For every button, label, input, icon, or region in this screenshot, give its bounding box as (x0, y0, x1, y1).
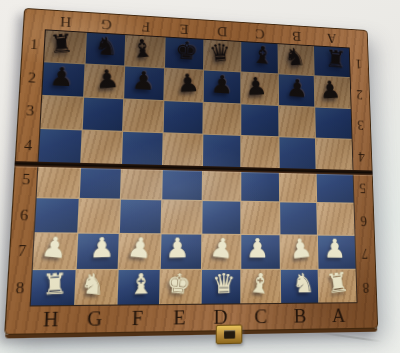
square-C3[interactable] (241, 104, 278, 136)
rank-label-left-1: 1 (23, 28, 45, 62)
rank-label-left-7: 7 (10, 233, 33, 269)
light-king-E8[interactable]: ♚ (165, 269, 192, 299)
file-label-bottom-A: A (319, 303, 358, 328)
rank-label-left-2: 2 (21, 61, 43, 95)
dark-pawn-A2[interactable]: ♟ (318, 77, 341, 101)
square-G3[interactable] (82, 97, 123, 131)
light-pawn-B7[interactable]: ♟ (288, 235, 314, 264)
rank-label-left-3: 3 (19, 94, 41, 129)
square-A7[interactable]: ♟ (318, 236, 355, 269)
dark-pawn-H2[interactable]: ♟ (49, 63, 75, 90)
square-B6[interactable] (280, 202, 317, 235)
light-pawn-C7[interactable]: ♟ (246, 235, 269, 262)
light-knight-G8[interactable]: ♞ (79, 269, 108, 299)
dark-knight-G1[interactable]: ♞ (94, 33, 119, 59)
dark-king-E1[interactable]: ♚ (174, 38, 198, 64)
square-E4[interactable] (163, 133, 202, 166)
dark-pawn-G2[interactable]: ♟ (94, 65, 120, 92)
square-H1[interactable]: ♜ (44, 30, 85, 63)
square-G1[interactable]: ♞ (85, 33, 125, 66)
square-E8[interactable]: ♚ (160, 270, 201, 305)
file-label-bottom-B: B (281, 304, 320, 330)
light-rook-A8[interactable]: ♜ (325, 268, 351, 297)
light-bishop-F8[interactable]: ♝ (129, 269, 154, 298)
square-B7[interactable]: ♟ (280, 236, 318, 269)
dark-pawn-B2[interactable]: ♟ (286, 75, 308, 101)
square-D3[interactable] (203, 103, 241, 136)
light-rook-H8[interactable]: ♜ (42, 269, 68, 299)
square-D8[interactable]: ♛ (201, 269, 240, 303)
rank-label-right-2: 2 (351, 78, 369, 109)
square-H2[interactable]: ♟ (42, 63, 84, 97)
square-F2[interactable]: ♟ (124, 67, 163, 100)
light-pawn-H7[interactable]: ♟ (39, 233, 68, 263)
square-D4[interactable] (203, 135, 241, 168)
file-label-bottom-C: C (241, 304, 281, 330)
square-C8[interactable]: ♝ (241, 269, 280, 303)
square-C2[interactable]: ♟ (241, 73, 278, 105)
light-queen-D8[interactable]: ♛ (212, 269, 236, 297)
square-A4[interactable] (316, 139, 352, 171)
light-pawn-E7[interactable]: ♟ (165, 235, 189, 262)
square-D5[interactable] (202, 168, 240, 201)
square-B1[interactable]: ♞ (278, 44, 314, 75)
square-B8[interactable]: ♞ (281, 269, 319, 303)
surface-scratch (318, 332, 382, 343)
rank-label-left-6: 6 (13, 197, 36, 233)
square-G5[interactable] (79, 164, 121, 198)
square-F3[interactable] (123, 99, 163, 132)
square-F5[interactable] (121, 165, 162, 199)
dark-rook-H1[interactable]: ♜ (48, 31, 74, 57)
square-E6[interactable] (161, 200, 201, 234)
dark-pawn-D2[interactable]: ♟ (210, 71, 233, 97)
dark-bishop-C1[interactable]: ♝ (251, 42, 274, 68)
square-F4[interactable] (122, 132, 162, 165)
square-F8[interactable]: ♝ (118, 270, 160, 305)
square-H7[interactable]: ♟ (33, 234, 77, 269)
square-A5[interactable] (317, 170, 354, 202)
square-C5[interactable] (241, 169, 278, 202)
square-H5[interactable] (37, 163, 80, 197)
dark-rook-A1[interactable]: ♜ (325, 46, 347, 72)
light-pawn-D7[interactable]: ♟ (209, 234, 236, 264)
square-G7[interactable]: ♟ (76, 234, 119, 269)
square-E3[interactable] (164, 101, 203, 134)
square-A3[interactable] (316, 107, 352, 139)
dark-knight-B1[interactable]: ♞ (284, 45, 307, 69)
square-C7[interactable]: ♟ (241, 235, 279, 268)
square-F6[interactable] (120, 200, 161, 234)
dark-bishop-F1[interactable]: ♝ (130, 36, 155, 62)
square-F1[interactable]: ♝ (125, 35, 164, 68)
rank-label-right-7: 7 (355, 236, 374, 269)
square-B3[interactable] (279, 106, 315, 138)
file-label-bottom-F: F (116, 305, 159, 332)
rank-label-left-4: 4 (17, 128, 39, 163)
square-G8[interactable]: ♞ (75, 270, 118, 305)
square-F7[interactable]: ♟ (119, 234, 160, 268)
square-B2[interactable]: ♟ (279, 75, 315, 107)
square-D1[interactable]: ♛ (204, 40, 241, 72)
file-label-bottom-E: E (159, 305, 201, 331)
rank-label-right-4: 4 (353, 139, 371, 171)
file-label-bottom-G: G (73, 306, 117, 333)
square-E7[interactable]: ♟ (161, 235, 201, 269)
square-A8[interactable]: ♜ (319, 269, 357, 302)
dark-queen-D1[interactable]: ♛ (208, 41, 232, 66)
square-C1[interactable]: ♝ (241, 42, 277, 74)
rank-label-right-8: 8 (356, 269, 375, 303)
square-G6[interactable] (78, 199, 120, 233)
square-D6[interactable] (202, 201, 241, 234)
dark-pawn-C2[interactable]: ♟ (244, 73, 268, 98)
square-D7[interactable]: ♟ (201, 235, 240, 269)
square-D2[interactable]: ♟ (203, 71, 240, 103)
rank-label-right-1: 1 (350, 48, 368, 79)
square-H6[interactable] (35, 198, 79, 233)
light-pawn-A7[interactable]: ♟ (324, 236, 346, 262)
chess-board: HGFEDCBA HGFEDCBA 12345678 12345678 ♜♞♝♚… (4, 8, 378, 335)
square-A6[interactable] (318, 203, 355, 235)
square-A1[interactable]: ♜ (314, 46, 349, 77)
square-H3[interactable] (40, 96, 82, 130)
square-H8[interactable]: ♜ (31, 270, 75, 306)
photo-background: HGFEDCBA HGFEDCBA 12345678 12345678 ♜♞♝♚… (0, 0, 400, 353)
square-G4[interactable] (81, 131, 122, 165)
rank-label-right-6: 6 (354, 203, 373, 236)
light-pawn-G7[interactable]: ♟ (90, 234, 115, 262)
rank-label-left-8: 8 (8, 270, 31, 307)
square-C6[interactable] (241, 202, 279, 235)
light-knight-B8[interactable]: ♞ (292, 270, 315, 297)
square-E5[interactable] (162, 166, 201, 199)
dark-pawn-E2[interactable]: ♟ (175, 70, 200, 96)
rank-label-right-3: 3 (352, 108, 370, 140)
square-H4[interactable] (39, 129, 82, 163)
rank-label-right-5: 5 (353, 171, 371, 203)
square-E2[interactable]: ♟ (164, 69, 202, 102)
rank-label-left-5: 5 (15, 162, 38, 197)
square-B5[interactable] (280, 170, 317, 202)
file-label-bottom-H: H (28, 306, 74, 333)
brass-latch-icon (216, 325, 243, 345)
file-labels-bottom: HGFEDCBA (28, 303, 358, 333)
square-C4[interactable] (241, 136, 278, 168)
square-E1[interactable]: ♚ (165, 37, 203, 69)
dark-pawn-F2[interactable]: ♟ (131, 67, 155, 93)
square-A2[interactable]: ♟ (315, 77, 351, 108)
light-bishop-C8[interactable]: ♝ (247, 268, 273, 298)
latch-hole (224, 330, 235, 339)
light-pawn-F7[interactable]: ♟ (126, 233, 154, 263)
square-B4[interactable] (279, 137, 316, 169)
board-frame: HGFEDCBA HGFEDCBA 12345678 12345678 ♜♞♝♚… (4, 8, 378, 335)
square-G2[interactable]: ♟ (84, 65, 125, 98)
